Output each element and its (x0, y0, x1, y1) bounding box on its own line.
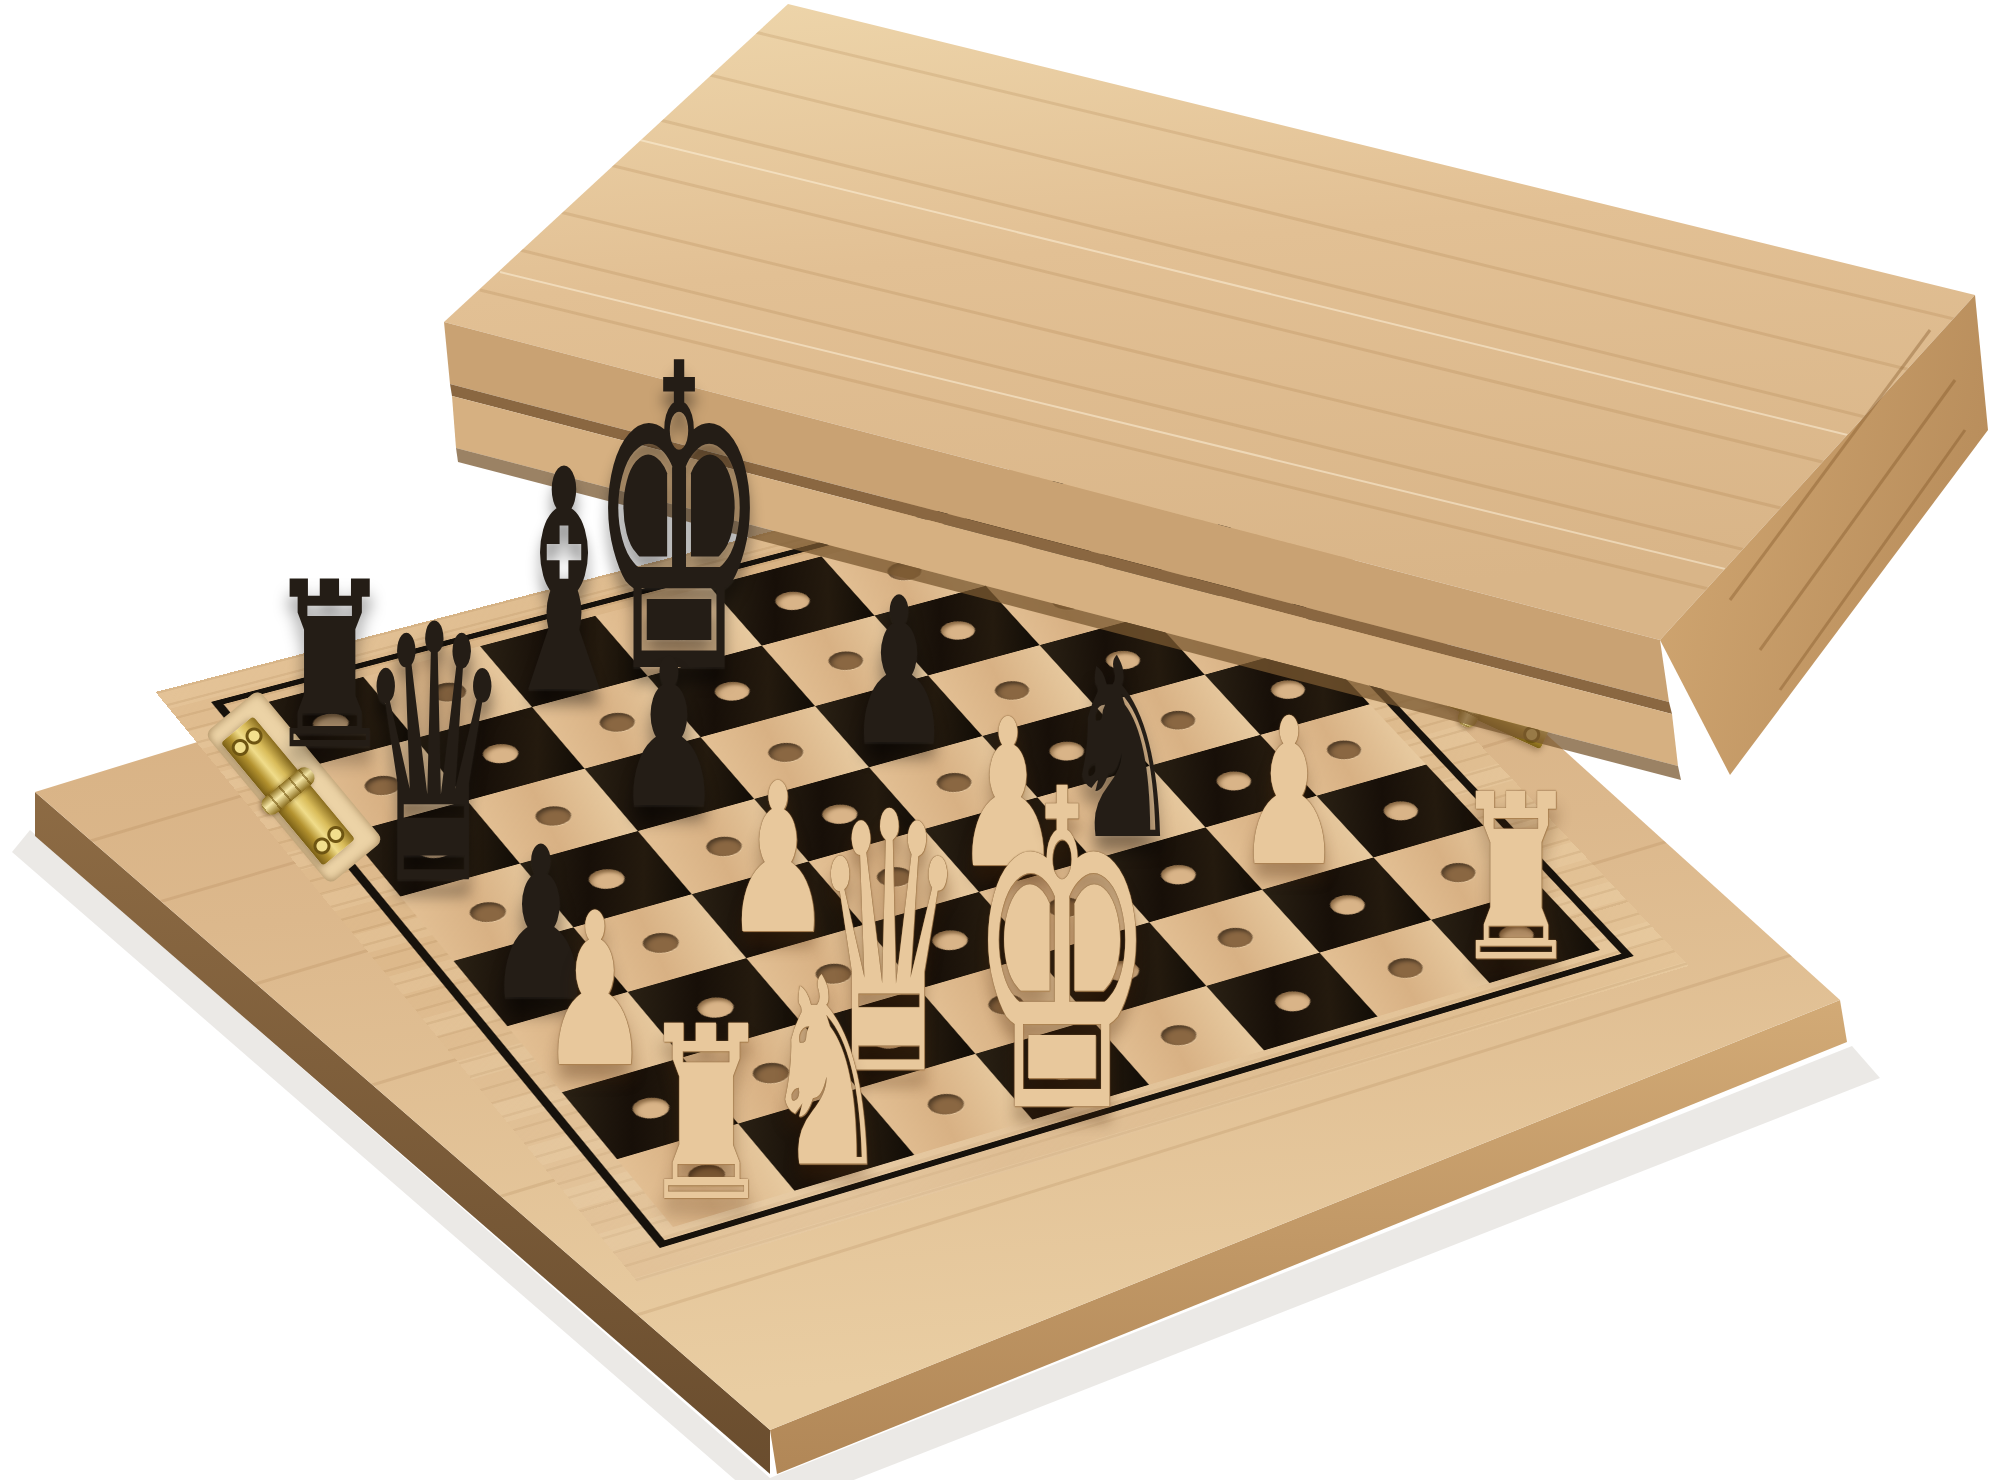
white-rook-a1[interactable]: ♜ (639, 995, 773, 1235)
white-knight-b1[interactable]: ♞ (762, 945, 890, 1205)
black-bishop-c8[interactable]: ♝ (495, 430, 632, 736)
black-pawn-c6[interactable]: ♟ (616, 632, 722, 837)
white-pawn-a3[interactable]: ♟ (540, 885, 650, 1097)
white-king-d1[interactable]: ♚ (968, 734, 1157, 1174)
white-pawn-g3[interactable]: ♟ (1237, 692, 1343, 895)
product-photo-scene: ♜♝♚♛♟♟♟♞♟♟♟♟♛♜♞♚♜ (0, 0, 2000, 1480)
white-rook-h1[interactable]: ♜ (1452, 764, 1579, 993)
